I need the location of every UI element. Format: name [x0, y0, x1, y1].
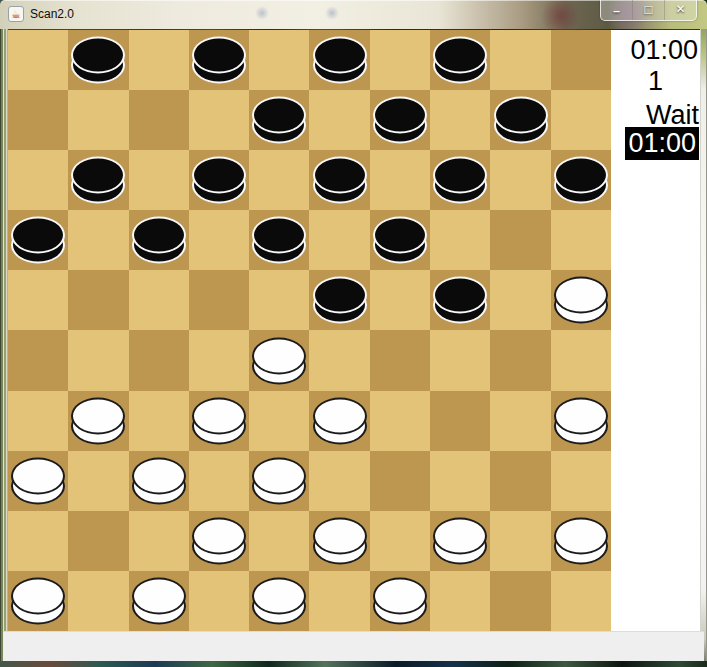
square-21[interactable]	[68, 270, 128, 330]
square-7[interactable]	[129, 90, 189, 150]
black-man-square-16[interactable]: ⛂	[11, 217, 65, 264]
black-man-square-15[interactable]: ⛂	[554, 157, 608, 204]
square-light-r7c3	[189, 451, 249, 511]
square-23[interactable]: ⛂	[309, 270, 369, 330]
square-light-r0c4	[249, 30, 309, 90]
square-light-r7c9	[551, 451, 611, 511]
square-light-r4c2	[129, 270, 189, 330]
square-12[interactable]: ⛂	[189, 150, 249, 210]
square-light-r6c8	[490, 391, 550, 451]
square-light-r1c5	[309, 90, 369, 150]
black-man-square-8[interactable]: ⛂	[252, 97, 306, 144]
black-man-square-13[interactable]: ⛂	[313, 157, 367, 204]
square-43[interactable]: ⛀	[309, 511, 369, 571]
square-36[interactable]: ⛀	[8, 451, 68, 511]
square-50[interactable]	[490, 571, 550, 631]
black-man-square-11[interactable]: ⛂	[71, 157, 125, 204]
square-light-r8c6	[370, 511, 430, 571]
square-light-r3c5	[309, 210, 369, 270]
minimize-button[interactable]: –	[601, 0, 632, 20]
square-light-r3c3	[189, 210, 249, 270]
square-light-r8c2	[129, 511, 189, 571]
square-19[interactable]: ⛂	[370, 210, 430, 270]
square-light-r6c2	[129, 391, 189, 451]
square-light-r4c4	[249, 270, 309, 330]
square-light-r0c8	[490, 30, 550, 90]
square-light-r6c6	[370, 391, 430, 451]
black-man-square-10[interactable]: ⛂	[494, 97, 548, 144]
square-light-r9c5	[309, 571, 369, 631]
square-light-r1c1	[68, 90, 128, 150]
draughts-board: ⛂⛂⛂⛂⛂⛂⛂⛂⛂⛂⛂⛂⛂⛂⛂⛂⛂⛂⛀⛀⛀⛀⛀⛀⛀⛀⛀⛀⛀⛀⛀⛀⛀⛀⛀	[8, 30, 611, 631]
square-light-r5c7	[430, 330, 490, 390]
square-light-r6c4	[249, 391, 309, 451]
square-5[interactable]	[551, 30, 611, 90]
square-light-r0c0	[8, 30, 68, 90]
desktop-background: ☕ Scan2.0 – □ ✕ ⛂⛂⛂⛂⛂⛂⛂⛂⛂⛂⛂⛂⛂⛂⛂⛂⛂⛂⛀⛀⛀⛀⛀⛀…	[0, 0, 707, 667]
window-border-left	[0, 29, 8, 661]
square-light-r1c7	[430, 90, 490, 150]
square-16[interactable]: ⛂	[8, 210, 68, 270]
square-35[interactable]: ⛀	[551, 391, 611, 451]
square-4[interactable]: ⛂	[430, 30, 490, 90]
square-light-r8c0	[8, 511, 68, 571]
white-man-square-44[interactable]: ⛀	[433, 517, 487, 564]
square-42[interactable]: ⛀	[189, 511, 249, 571]
square-26[interactable]	[8, 330, 68, 390]
black-man-square-19[interactable]: ⛂	[373, 217, 427, 264]
square-light-r7c7	[430, 451, 490, 511]
square-light-r5c3	[189, 330, 249, 390]
square-13[interactable]: ⛂	[309, 150, 369, 210]
window-border-bottom	[0, 661, 707, 667]
white-man-square-43[interactable]: ⛀	[313, 517, 367, 564]
square-light-r7c5	[309, 451, 369, 511]
white-clock-row: 01:00	[625, 128, 699, 159]
square-light-r5c9	[551, 330, 611, 390]
square-24[interactable]: ⛂	[430, 270, 490, 330]
square-light-r9c3	[189, 571, 249, 631]
square-8[interactable]: ⛂	[249, 90, 309, 150]
white-man-square-42[interactable]: ⛀	[192, 517, 246, 564]
black-man-square-18[interactable]: ⛂	[252, 217, 306, 264]
square-30[interactable]	[490, 330, 550, 390]
java-app-icon: ☕	[8, 6, 24, 22]
white-man-square-38[interactable]: ⛀	[252, 457, 306, 504]
white-man-square-37[interactable]: ⛀	[132, 457, 186, 504]
maximize-button[interactable]: □	[632, 0, 664, 20]
square-light-r2c8	[490, 150, 550, 210]
square-light-r5c5	[309, 330, 369, 390]
square-light-r8c8	[490, 511, 550, 571]
white-clock-active: 01:00	[625, 127, 699, 160]
square-25[interactable]: ⛀	[551, 270, 611, 330]
black-man-square-4[interactable]: ⛂	[433, 37, 487, 84]
move-number: 1	[611, 66, 700, 97]
square-44[interactable]: ⛀	[430, 511, 490, 571]
square-6[interactable]	[8, 90, 68, 150]
square-32[interactable]: ⛀	[189, 391, 249, 451]
square-40[interactable]	[490, 451, 550, 511]
square-49[interactable]: ⛀	[370, 571, 430, 631]
black-man-square-17[interactable]: ⛂	[132, 217, 186, 264]
square-light-r8c4	[249, 511, 309, 571]
square-3[interactable]: ⛂	[309, 30, 369, 90]
square-20[interactable]	[490, 210, 550, 270]
window-controls: – □ ✕	[600, 0, 697, 21]
square-light-r4c6	[370, 270, 430, 330]
square-11[interactable]: ⛂	[68, 150, 128, 210]
black-man-square-9[interactable]: ⛂	[373, 97, 427, 144]
square-18[interactable]: ⛂	[249, 210, 309, 270]
black-man-square-23[interactable]: ⛂	[313, 277, 367, 324]
square-17[interactable]: ⛂	[129, 210, 189, 270]
bottom-panel	[3, 631, 704, 661]
square-light-r2c4	[249, 150, 309, 210]
square-31[interactable]: ⛀	[68, 391, 128, 451]
square-15[interactable]: ⛂	[551, 150, 611, 210]
side-panel: 01:00 1 Wait 01:00	[611, 30, 700, 631]
square-light-r1c9	[551, 90, 611, 150]
square-light-r4c8	[490, 270, 550, 330]
square-27[interactable]	[129, 330, 189, 390]
white-man-square-28[interactable]: ⛀	[252, 337, 306, 384]
black-man-square-24[interactable]: ⛂	[433, 277, 487, 324]
square-light-r9c1	[68, 571, 128, 631]
square-45[interactable]: ⛀	[551, 511, 611, 571]
white-man-square-49[interactable]: ⛀	[373, 577, 427, 624]
white-man-square-47[interactable]: ⛀	[132, 577, 186, 624]
square-light-r9c7	[430, 571, 490, 631]
square-light-r7c1	[68, 451, 128, 511]
white-man-square-36[interactable]: ⛀	[11, 457, 65, 504]
square-38[interactable]: ⛀	[249, 451, 309, 511]
square-47[interactable]: ⛀	[129, 571, 189, 631]
black-man-square-3[interactable]: ⛂	[313, 37, 367, 84]
white-man-square-25[interactable]: ⛀	[554, 277, 608, 324]
white-man-square-32[interactable]: ⛀	[192, 397, 246, 444]
square-light-r2c0	[8, 150, 68, 210]
square-34[interactable]	[430, 391, 490, 451]
square-46[interactable]: ⛀	[8, 571, 68, 631]
title-bar[interactable]: ☕ Scan2.0 – □ ✕	[0, 0, 707, 29]
white-man-square-45[interactable]: ⛀	[554, 517, 608, 564]
white-man-square-46[interactable]: ⛀	[11, 577, 65, 624]
square-light-r0c6	[370, 30, 430, 90]
window-title: Scan2.0	[30, 7, 74, 21]
window-border-right	[700, 29, 707, 661]
white-man-square-33[interactable]: ⛀	[313, 397, 367, 444]
square-light-r1c3	[189, 90, 249, 150]
close-button[interactable]: ✕	[664, 0, 696, 20]
square-37[interactable]: ⛀	[129, 451, 189, 511]
black-man-square-14[interactable]: ⛂	[433, 157, 487, 204]
square-29[interactable]	[370, 330, 430, 390]
white-man-square-31[interactable]: ⛀	[71, 397, 125, 444]
square-9[interactable]: ⛂	[370, 90, 430, 150]
square-light-r0c2	[129, 30, 189, 90]
square-light-r4c0	[8, 270, 68, 330]
black-man-square-2[interactable]: ⛂	[192, 37, 246, 84]
square-light-r3c9	[551, 210, 611, 270]
square-14[interactable]: ⛂	[430, 150, 490, 210]
white-man-square-48[interactable]: ⛀	[252, 577, 306, 624]
square-light-r9c9	[551, 571, 611, 631]
square-light-r5c1	[68, 330, 128, 390]
square-10[interactable]: ⛂	[490, 90, 550, 150]
square-light-r3c7	[430, 210, 490, 270]
square-28[interactable]: ⛀	[249, 330, 309, 390]
black-clock: 01:00	[630, 35, 698, 66]
black-man-square-1[interactable]: ⛂	[71, 37, 125, 84]
square-41[interactable]	[68, 511, 128, 571]
black-man-square-12[interactable]: ⛂	[192, 157, 246, 204]
square-48[interactable]: ⛀	[249, 571, 309, 631]
white-man-square-35[interactable]: ⛀	[554, 397, 608, 444]
square-light-r2c6	[370, 150, 430, 210]
square-light-r2c2	[129, 150, 189, 210]
square-1[interactable]: ⛂	[68, 30, 128, 90]
square-2[interactable]: ⛂	[189, 30, 249, 90]
square-22[interactable]	[189, 270, 249, 330]
square-light-r3c1	[68, 210, 128, 270]
square-33[interactable]: ⛀	[309, 391, 369, 451]
square-light-r6c0	[8, 391, 68, 451]
square-39[interactable]	[370, 451, 430, 511]
